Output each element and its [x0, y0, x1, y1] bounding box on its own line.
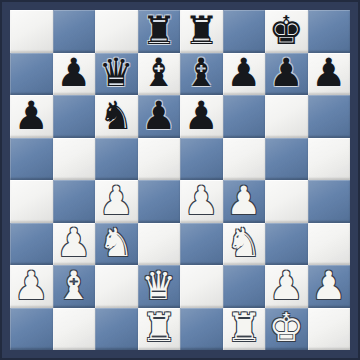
black-king-g8: ♚ [269, 11, 304, 50]
square-g1[interactable]: ♚ [265, 308, 308, 351]
black-pawn-e6: ♟ [184, 96, 219, 135]
square-f4[interactable]: ♟ [223, 180, 266, 223]
square-d8[interactable]: ♜ [138, 10, 181, 53]
black-queen-c7: ♛ [99, 53, 134, 92]
black-pawn-b7: ♟ [56, 53, 91, 92]
white-king-g1: ♚ [269, 308, 304, 347]
square-g7[interactable]: ♟ [265, 53, 308, 96]
square-c1[interactable] [95, 308, 138, 351]
black-knight-c6: ♞ [99, 96, 134, 135]
square-e2[interactable] [180, 265, 223, 308]
square-e7[interactable]: ♝ [180, 53, 223, 96]
square-h8[interactable] [308, 10, 351, 53]
square-b7[interactable]: ♟ [53, 53, 96, 96]
black-pawn-f7: ♟ [226, 53, 261, 92]
square-a7[interactable] [10, 53, 53, 96]
square-e8[interactable]: ♜ [180, 10, 223, 53]
white-rook-f1: ♜ [226, 308, 261, 347]
square-a3[interactable] [10, 223, 53, 266]
square-d5[interactable] [138, 138, 181, 181]
square-d6[interactable]: ♟ [138, 95, 181, 138]
square-c4[interactable]: ♟ [95, 180, 138, 223]
white-knight-f3: ♞ [226, 223, 261, 262]
square-g3[interactable] [265, 223, 308, 266]
square-d1[interactable]: ♜ [138, 308, 181, 351]
square-d3[interactable] [138, 223, 181, 266]
white-pawn-e4: ♟ [184, 181, 219, 220]
black-rook-d8: ♜ [141, 11, 176, 50]
square-g6[interactable] [265, 95, 308, 138]
square-e1[interactable] [180, 308, 223, 351]
square-a8[interactable] [10, 10, 53, 53]
square-c5[interactable] [95, 138, 138, 181]
square-a6[interactable]: ♟ [10, 95, 53, 138]
chess-board: ♜♜♚♟♛♝♝♟♟♟♟♞♟♟♟♟♟♟♞♞♟♝♛♟♟♜♜♚ [10, 10, 350, 350]
square-c2[interactable] [95, 265, 138, 308]
square-g2[interactable]: ♟ [265, 265, 308, 308]
square-h2[interactable]: ♟ [308, 265, 351, 308]
square-a5[interactable] [10, 138, 53, 181]
square-a2[interactable]: ♟ [10, 265, 53, 308]
square-c8[interactable] [95, 10, 138, 53]
square-h3[interactable] [308, 223, 351, 266]
square-f8[interactable] [223, 10, 266, 53]
square-f5[interactable] [223, 138, 266, 181]
square-h6[interactable] [308, 95, 351, 138]
black-pawn-g7: ♟ [269, 53, 304, 92]
square-g5[interactable] [265, 138, 308, 181]
square-g8[interactable]: ♚ [265, 10, 308, 53]
square-b3[interactable]: ♟ [53, 223, 96, 266]
square-b1[interactable] [53, 308, 96, 351]
square-a1[interactable] [10, 308, 53, 351]
square-d7[interactable]: ♝ [138, 53, 181, 96]
black-rook-e8: ♜ [184, 11, 219, 50]
square-h5[interactable] [308, 138, 351, 181]
square-c7[interactable]: ♛ [95, 53, 138, 96]
square-h4[interactable] [308, 180, 351, 223]
square-e6[interactable]: ♟ [180, 95, 223, 138]
white-pawn-h2: ♟ [311, 266, 346, 305]
square-e4[interactable]: ♟ [180, 180, 223, 223]
square-f6[interactable] [223, 95, 266, 138]
square-f2[interactable] [223, 265, 266, 308]
square-a4[interactable] [10, 180, 53, 223]
white-queen-d2: ♛ [141, 266, 176, 305]
board-frame: ♜♜♚♟♛♝♝♟♟♟♟♞♟♟♟♟♟♟♞♞♟♝♛♟♟♜♜♚ [0, 0, 360, 360]
white-pawn-g2: ♟ [269, 266, 304, 305]
square-c6[interactable]: ♞ [95, 95, 138, 138]
white-pawn-a2: ♟ [14, 266, 49, 305]
square-f3[interactable]: ♞ [223, 223, 266, 266]
black-pawn-h7: ♟ [311, 53, 346, 92]
square-f1[interactable]: ♜ [223, 308, 266, 351]
white-pawn-f4: ♟ [226, 181, 261, 220]
square-d4[interactable] [138, 180, 181, 223]
black-bishop-e7: ♝ [184, 53, 219, 92]
black-pawn-d6: ♟ [141, 96, 176, 135]
square-b6[interactable] [53, 95, 96, 138]
white-knight-c3: ♞ [99, 223, 134, 262]
square-b2[interactable]: ♝ [53, 265, 96, 308]
white-pawn-c4: ♟ [99, 181, 134, 220]
square-h1[interactable] [308, 308, 351, 351]
white-rook-d1: ♜ [141, 308, 176, 347]
square-h7[interactable]: ♟ [308, 53, 351, 96]
square-e5[interactable] [180, 138, 223, 181]
square-b4[interactable] [53, 180, 96, 223]
square-f7[interactable]: ♟ [223, 53, 266, 96]
square-e3[interactable] [180, 223, 223, 266]
square-c3[interactable]: ♞ [95, 223, 138, 266]
square-b5[interactable] [53, 138, 96, 181]
square-g4[interactable] [265, 180, 308, 223]
white-pawn-b3: ♟ [56, 223, 91, 262]
black-bishop-d7: ♝ [141, 53, 176, 92]
black-pawn-a6: ♟ [14, 96, 49, 135]
square-d2[interactable]: ♛ [138, 265, 181, 308]
white-bishop-b2: ♝ [56, 266, 91, 305]
square-b8[interactable] [53, 10, 96, 53]
